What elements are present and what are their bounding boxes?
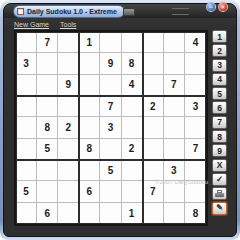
cell-r6c2[interactable]: 5 [37, 139, 58, 160]
print-button[interactable] [212, 187, 227, 200]
menu-tools[interactable]: Tools [60, 21, 76, 28]
cell-r3c7[interactable] [143, 75, 164, 96]
cell-r8c2[interactable] [37, 181, 58, 202]
digit-6-button[interactable]: 6 [212, 101, 227, 114]
cell-r2c9[interactable] [185, 53, 206, 74]
cell-r1c7[interactable] [143, 32, 164, 53]
cell-r6c1[interactable] [16, 139, 37, 160]
sudoku-board-cells: 714398947723823582753567618 [16, 32, 206, 224]
cell-r6c5[interactable] [100, 139, 121, 160]
cell-r9c1[interactable] [16, 203, 37, 224]
cell-r9c4[interactable] [79, 203, 100, 224]
cell-r3c1[interactable] [16, 75, 37, 96]
cell-r6c3[interactable] [58, 139, 79, 160]
cell-r3c3[interactable]: 9 [58, 75, 79, 96]
cell-r2c3[interactable] [58, 53, 79, 74]
cell-r4c1[interactable] [16, 96, 37, 117]
cell-r2c7[interactable] [143, 53, 164, 74]
cell-r7c2[interactable] [37, 160, 58, 181]
cell-r7c7[interactable] [143, 160, 164, 181]
app-icon [17, 8, 24, 15]
cell-r1c6[interactable] [122, 32, 143, 53]
number-pad: 123456789X✓✎ [212, 30, 228, 216]
cell-r3c8[interactable]: 7 [164, 75, 185, 96]
cell-r6c6[interactable]: 2 [122, 139, 143, 160]
cell-r3c5[interactable] [100, 75, 121, 96]
cell-r4c6[interactable] [122, 96, 143, 117]
pencil-icon: ✎ [216, 204, 223, 212]
digit-8-button[interactable]: 8 [212, 130, 227, 143]
digit-2-button[interactable]: 2 [212, 44, 227, 57]
titlebar-grip-lines [172, 8, 189, 15]
cell-r7c5[interactable]: 5 [100, 160, 121, 181]
cell-r5c6[interactable] [122, 117, 143, 138]
cell-r5c3[interactable]: 2 [58, 117, 79, 138]
cell-r8c7[interactable]: 7 [143, 181, 164, 202]
cell-r5c8[interactable] [164, 117, 185, 138]
cell-r4c3[interactable] [58, 96, 79, 117]
cell-r6c7[interactable] [143, 139, 164, 160]
cell-r6c8[interactable] [164, 139, 185, 160]
erase-button[interactable]: X [212, 159, 227, 172]
window-title: Daily Sudoku 1.0 - Extreme [27, 8, 117, 15]
cell-r1c9[interactable]: 4 [185, 32, 206, 53]
cell-r9c8[interactable] [164, 203, 185, 224]
close-button[interactable]: × [218, 2, 228, 12]
digit-1-button[interactable]: 1 [212, 30, 227, 43]
cell-r7c9[interactable] [185, 160, 206, 181]
minimize-button[interactable]: – [206, 2, 216, 12]
cell-r4c9[interactable]: 3 [185, 96, 206, 117]
cell-r2c4[interactable] [79, 53, 100, 74]
cell-r5c7[interactable] [143, 117, 164, 138]
title-pill: Daily Sudoku 1.0 - Extreme [13, 5, 125, 18]
cell-r7c1[interactable] [16, 160, 37, 181]
cell-r8c9[interactable] [185, 181, 206, 202]
cell-r1c2[interactable]: 7 [37, 32, 58, 53]
cell-r2c6[interactable]: 8 [122, 53, 143, 74]
title-bar[interactable]: Daily Sudoku 1.0 - Extreme [4, 4, 236, 18]
cell-r1c4[interactable]: 1 [79, 32, 100, 53]
menu-bar: New Game Tools [4, 18, 236, 30]
cell-r9c9[interactable]: 8 [185, 203, 206, 224]
cell-r4c5[interactable]: 7 [100, 96, 121, 117]
cell-r4c8[interactable] [164, 96, 185, 117]
cell-r9c6[interactable]: 1 [122, 203, 143, 224]
cell-r5c2[interactable]: 8 [37, 117, 58, 138]
cell-r3c2[interactable] [37, 75, 58, 96]
cell-r6c9[interactable]: 7 [185, 139, 206, 160]
cell-r1c8[interactable] [164, 32, 185, 53]
cell-r1c1[interactable] [16, 32, 37, 53]
cell-r6c4[interactable]: 8 [79, 139, 100, 160]
cell-r3c6[interactable]: 4 [122, 75, 143, 96]
cell-r4c4[interactable] [79, 96, 100, 117]
digit-7-button[interactable]: 7 [212, 116, 227, 129]
cell-r5c9[interactable] [185, 117, 206, 138]
cell-r5c4[interactable] [79, 117, 100, 138]
check-button[interactable]: ✓ [212, 173, 227, 186]
app-window: Daily Sudoku 1.0 - Extreme New Game Tool… [0, 0, 240, 240]
digit-9-button[interactable]: 9 [212, 144, 227, 157]
cell-r3c9[interactable] [185, 75, 206, 96]
cell-r5c1[interactable] [16, 117, 37, 138]
cell-r1c5[interactable] [100, 32, 121, 53]
cell-r4c2[interactable] [37, 96, 58, 117]
cell-r7c6[interactable] [122, 160, 143, 181]
cell-r2c1[interactable]: 3 [16, 53, 37, 74]
printer-icon [215, 190, 224, 198]
cell-r2c5[interactable]: 9 [100, 53, 121, 74]
cell-r8c6[interactable] [122, 181, 143, 202]
cell-r8c4[interactable]: 6 [79, 181, 100, 202]
pencil-button[interactable]: ✎ [212, 202, 227, 215]
cell-r8c8[interactable] [164, 181, 185, 202]
digit-3-button[interactable]: 3 [212, 59, 227, 72]
titlebar-grip-box [123, 8, 135, 16]
digit-4-button[interactable]: 4 [212, 73, 227, 86]
cell-r9c7[interactable] [143, 203, 164, 224]
cell-r5c5[interactable]: 3 [100, 117, 121, 138]
cell-r7c3[interactable] [58, 160, 79, 181]
window-body: Daily Sudoku 1.0 - Extreme New Game Tool… [3, 3, 237, 237]
cell-r8c3[interactable] [58, 181, 79, 202]
window-controls: – × [206, 2, 228, 12]
cell-r7c8[interactable]: 3 [164, 160, 185, 181]
cell-r8c1[interactable]: 5 [16, 181, 37, 202]
cell-r9c3[interactable] [58, 203, 79, 224]
cell-r9c2[interactable]: 6 [37, 203, 58, 224]
sudoku-board: 714398947723823582753567618 ©2007 DailyS… [14, 30, 208, 226]
cell-r4c7[interactable]: 2 [143, 96, 164, 117]
cell-r8c5[interactable] [100, 181, 121, 202]
cell-r3c4[interactable] [79, 75, 100, 96]
digit-5-button[interactable]: 5 [212, 87, 227, 100]
cell-r2c8[interactable] [164, 53, 185, 74]
cell-r9c5[interactable] [100, 203, 121, 224]
cell-r2c2[interactable] [37, 53, 58, 74]
cell-r7c4[interactable] [79, 160, 100, 181]
menu-new-game[interactable]: New Game [14, 21, 49, 28]
cell-r1c3[interactable] [58, 32, 79, 53]
